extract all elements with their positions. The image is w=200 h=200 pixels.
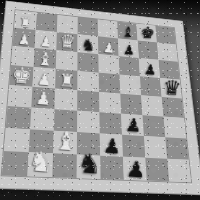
square-r4c5[interactable]	[120, 94, 142, 116]
square-r3c3[interactable]	[77, 71, 99, 92]
piece-white-king[interactable]: ♚	[11, 63, 32, 87]
square-r3c6[interactable]	[140, 76, 162, 97]
piece-white-rook[interactable]: ♜	[58, 72, 75, 91]
square-r5c5[interactable]: ♟	[121, 114, 144, 136]
square-r5c6[interactable]	[142, 115, 165, 137]
piece-white-pawn[interactable]: ♟	[18, 33, 31, 48]
piece-black-knight[interactable]: ♞	[76, 150, 102, 179]
square-r4c1[interactable]: ♟	[31, 87, 55, 109]
square-r1c2[interactable]: ♛	[56, 32, 77, 52]
square-r5c3[interactable]	[77, 111, 100, 134]
square-r2c3[interactable]	[77, 52, 98, 73]
piece-black-queen[interactable]: ♛	[162, 77, 182, 99]
square-r0c1[interactable]	[36, 13, 58, 33]
square-r3c4[interactable]	[99, 73, 121, 94]
piece-white-bishop[interactable]: ♝	[37, 50, 54, 69]
square-r5c7[interactable]	[163, 117, 186, 139]
square-r7c0[interactable]	[2, 151, 29, 176]
square-r6c7[interactable]	[165, 137, 188, 160]
square-r4c3[interactable]	[77, 90, 99, 112]
piece-black-pawn[interactable]: ♟	[123, 44, 136, 58]
piece-white-bishop[interactable]: ♝	[54, 128, 78, 155]
stamp-crest: ♛	[0, 152, 1, 161]
square-r2c5[interactable]	[119, 56, 140, 76]
square-r2c4[interactable]	[98, 54, 119, 74]
piece-white-pawn[interactable]: ♟	[37, 71, 53, 88]
piece-white-rook[interactable]: ♜	[19, 15, 32, 30]
square-r5c4[interactable]	[99, 112, 122, 134]
square-r1c7[interactable]	[157, 42, 178, 61]
square-r1c0[interactable]: ♟	[13, 28, 36, 48]
square-r1c4[interactable]: ♟	[98, 36, 119, 56]
piece-black-king[interactable]: ♚	[140, 25, 156, 42]
square-r6c4[interactable]: ♟	[100, 133, 123, 156]
square-r6c2[interactable]: ♝	[53, 131, 77, 155]
square-r1c5[interactable]: ♟	[118, 38, 139, 58]
square-r6c6[interactable]	[144, 136, 167, 159]
square-r7c1[interactable]: ♞	[27, 152, 53, 177]
square-r7c5[interactable]: ♟	[123, 157, 147, 181]
square-r3c2[interactable]: ♜	[55, 69, 77, 90]
square-r7c6[interactable]	[145, 158, 169, 182]
square-r7c7[interactable]	[167, 159, 191, 182]
square-r0c4[interactable]	[98, 19, 118, 38]
square-r0c6[interactable]: ♚	[136, 24, 156, 43]
square-r4c6[interactable]	[141, 95, 163, 116]
piece-black-pawn[interactable]: ♟	[144, 63, 158, 78]
square-r4c4[interactable]	[99, 92, 121, 114]
piece-black-pawn[interactable]: ♟	[102, 135, 122, 157]
square-r0c5[interactable]: ♝	[117, 21, 137, 40]
square-r0c3[interactable]	[78, 17, 98, 36]
board-grid: ♜♝♚♟♟♛♞♟♟♝♟♚♟♜♛♟♟♝♟♞♞♟	[1, 9, 193, 183]
square-r5c1[interactable]	[30, 108, 54, 131]
square-r3c0[interactable]: ♚	[9, 65, 33, 87]
piece-white-queen[interactable]: ♛	[59, 33, 76, 52]
square-r6c5[interactable]	[122, 135, 145, 158]
square-r3c1[interactable]: ♟	[32, 67, 55, 89]
chess-board: ♜♝♚♟♟♛♞♟♟♝♟♚♟♜♛♟♟♝♟♞♞♟ ♛ ····	[0, 1, 200, 196]
photo-scene: ♜♝♚♟♟♛♞♟♟♝♟♚♟♜♛♟♟♝♟♞♞♟ ♛ ····	[0, 0, 200, 200]
piece-black-pawn[interactable]: ♟	[125, 157, 146, 180]
square-r7c2[interactable]	[52, 153, 77, 178]
square-r7c3[interactable]: ♞	[77, 155, 101, 179]
piece-black-bishop[interactable]: ♝	[121, 25, 135, 40]
square-r2c6[interactable]: ♟	[139, 58, 160, 78]
piece-white-pawn[interactable]: ♟	[103, 42, 116, 56]
piece-white-pawn[interactable]: ♟	[35, 91, 52, 110]
square-r2c1[interactable]: ♝	[34, 48, 57, 69]
square-r6c0[interactable]	[4, 128, 30, 152]
square-r2c2[interactable]	[56, 50, 78, 71]
square-r1c6[interactable]	[138, 40, 159, 59]
square-r0c7[interactable]	[155, 26, 175, 45]
square-r7c4[interactable]	[100, 156, 124, 180]
square-r5c0[interactable]	[6, 106, 31, 129]
piece-white-knight[interactable]: ♞	[27, 148, 54, 178]
square-r1c3[interactable]: ♞	[78, 34, 99, 54]
piece-black-knight[interactable]: ♞	[81, 37, 97, 54]
square-r3c5[interactable]	[119, 74, 141, 95]
square-r0c0[interactable]: ♜	[14, 10, 37, 30]
square-r3c7[interactable]: ♛	[160, 78, 182, 98]
square-r4c2[interactable]	[54, 89, 77, 111]
piece-black-pawn[interactable]: ♟	[125, 117, 143, 136]
